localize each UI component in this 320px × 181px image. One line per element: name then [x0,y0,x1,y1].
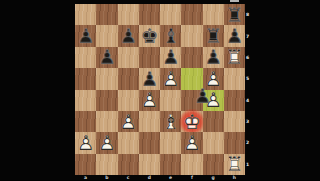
square-a2[interactable]: ♟♙ [75,132,96,153]
white-king-in-check[interactable]: ♚♔ [181,111,202,132]
piece-glyph-outline: ♙ [96,47,117,68]
square-e1[interactable] [160,154,181,175]
piece-glyph-outline: ♙ [181,132,202,153]
piece-glyph-outline: ♙ [160,68,181,89]
piece-glyph-outline: ♙ [139,90,160,111]
black-rook[interactable]: ♜♖ [224,4,245,25]
square-e5[interactable]: ♟♙ [160,68,181,89]
piece-glyph-outline: ♙ [160,47,181,68]
square-g1[interactable] [203,154,224,175]
square-c4[interactable] [118,90,139,111]
piece-glyph-outline: ♔ [139,25,160,46]
black-pawn[interactable]: ♟♙ [160,47,181,68]
rank-label-4: 4 [245,90,253,111]
square-f8[interactable] [181,4,202,25]
white-rook[interactable]: ♜♖ [224,47,245,68]
black-king[interactable]: ♚♔ [139,25,160,46]
square-c8[interactable] [118,4,139,25]
square-g3[interactable] [203,111,224,132]
square-d2[interactable] [139,132,160,153]
square-e3[interactable]: ♝♗ [160,111,181,132]
square-d7[interactable]: ♚♔ [139,25,160,46]
square-a5[interactable] [75,68,96,89]
black-bishop[interactable]: ♝♗ [160,25,181,46]
piece-glyph-outline: ♖ [224,47,245,68]
square-b7[interactable] [96,25,117,46]
piece-glyph-outline: ♗ [160,111,181,132]
white-pawn[interactable]: ♟♙ [96,132,117,153]
square-f6[interactable] [181,47,202,68]
white-pawn[interactable]: ♟♙ [118,111,139,132]
square-g2[interactable] [203,132,224,153]
square-h1[interactable]: ♜♖ [224,154,245,175]
file-label-e: e [160,175,181,181]
white-pawn[interactable]: ♟♙ [181,132,202,153]
square-a1[interactable] [75,154,96,175]
square-h2[interactable] [224,132,245,153]
video-frame: ♜♖♟♙♟♙♚♔♝♗♜♖♟♙♟♙♟♙♟♙♜♖♟♙♟♙♟♙♟♙♟♙♟♙♝♗♚♔♟♙… [0,0,320,180]
square-b3[interactable] [96,111,117,132]
file-label-g: g [203,175,224,181]
piece-glyph-outline: ♖ [224,154,245,175]
piece-glyph-outline: ♙ [139,68,160,89]
black-pawn[interactable]: ♟♙ [203,47,224,68]
piece-glyph-outline: ♙ [203,47,224,68]
square-d6[interactable] [139,47,160,68]
square-b1[interactable] [96,154,117,175]
rank-label-1: 1 [245,154,253,175]
square-b2[interactable]: ♟♙ [96,132,117,153]
white-pawn[interactable]: ♟♙ [139,90,160,111]
square-b6[interactable]: ♟♙ [96,47,117,68]
piece-glyph-outline: ♙ [75,25,96,46]
square-c7[interactable]: ♟♙ [118,25,139,46]
black-pawn[interactable]: ♟♙ [118,25,139,46]
square-h4[interactable] [224,90,245,111]
square-a4[interactable] [75,90,96,111]
square-b5[interactable] [96,68,117,89]
file-label-a: a [75,175,96,181]
chess-board[interactable]: ♜♖♟♙♟♙♚♔♝♗♜♖♟♙♟♙♟♙♟♙♜♖♟♙♟♙♟♙♟♙♟♙♟♙♝♗♚♔♟♙… [75,4,245,175]
rank-coordinate-labels: 87654321 [245,4,253,175]
square-g8[interactable] [203,4,224,25]
square-d3[interactable] [139,111,160,132]
square-b4[interactable] [96,90,117,111]
square-e7[interactable]: ♝♗ [160,25,181,46]
file-label-f: f [181,175,202,181]
rank-label-5: 5 [245,68,253,89]
piece-glyph-outline: ♙ [96,132,117,153]
white-rook[interactable]: ♜♖ [224,154,245,175]
square-a3[interactable] [75,111,96,132]
square-c3[interactable]: ♟♙ [118,111,139,132]
square-e4[interactable] [160,90,181,111]
square-d8[interactable] [139,4,160,25]
piece-glyph-outline: ♙ [192,86,213,107]
piece-glyph-outline: ♔ [181,111,202,132]
piece-glyph-outline: ♙ [224,25,245,46]
square-c5[interactable] [118,68,139,89]
file-label-b: b [96,175,117,181]
square-g7[interactable]: ♜♖ [203,25,224,46]
square-e6[interactable]: ♟♙ [160,47,181,68]
white-pawn[interactable]: ♟♙ [75,132,96,153]
screen-artifact [230,0,239,2]
black-rook[interactable]: ♜♖ [203,25,224,46]
square-d4[interactable]: ♟♙ [139,90,160,111]
piece-glyph-outline: ♙ [118,111,139,132]
square-f1[interactable] [181,154,202,175]
square-e2[interactable] [160,132,181,153]
square-f2[interactable]: ♟♙ [181,132,202,153]
file-coordinate-labels: abcdefgh [75,175,245,181]
black-pawn[interactable]: ♟♙ [75,25,96,46]
square-a6[interactable] [75,47,96,68]
white-bishop[interactable]: ♝♗ [160,111,181,132]
piece-glyph-outline: ♖ [224,4,245,25]
rank-label-8: 8 [245,4,253,25]
square-c2[interactable] [118,132,139,153]
square-h3[interactable] [224,111,245,132]
square-h8[interactable]: ♜♖ [224,4,245,25]
white-pawn[interactable]: ♟♙ [160,68,181,89]
file-label-d: d [139,175,160,181]
square-e8[interactable] [160,4,181,25]
square-a7[interactable]: ♟♙ [75,25,96,46]
piece-glyph-outline: ♙ [75,132,96,153]
black-pawn[interactable]: ♟♙ [96,47,117,68]
square-h7[interactable]: ♟♙ [224,25,245,46]
square-f7[interactable] [181,25,202,46]
black-pawn[interactable]: ♟♙ [224,25,245,46]
square-d5[interactable]: ♟♙ [139,68,160,89]
piece-glyph-outline: ♗ [160,25,181,46]
square-f3[interactable]: ♚♔ [181,111,202,132]
square-c1[interactable] [118,154,139,175]
square-a8[interactable] [75,4,96,25]
black-pawn-animating[interactable]: ♟♙ [192,86,213,107]
piece-glyph-outline: ♙ [118,25,139,46]
black-pawn[interactable]: ♟♙ [139,68,160,89]
rank-label-2: 2 [245,132,253,153]
rank-label-3: 3 [245,111,253,132]
square-c6[interactable] [118,47,139,68]
rank-label-7: 7 [245,25,253,46]
rank-label-6: 6 [245,47,253,68]
square-d1[interactable] [139,154,160,175]
square-g6[interactable]: ♟♙ [203,47,224,68]
square-h5[interactable] [224,68,245,89]
square-h6[interactable]: ♜♖ [224,47,245,68]
piece-glyph-outline: ♖ [203,25,224,46]
file-label-c: c [118,175,139,181]
square-b8[interactable] [96,4,117,25]
